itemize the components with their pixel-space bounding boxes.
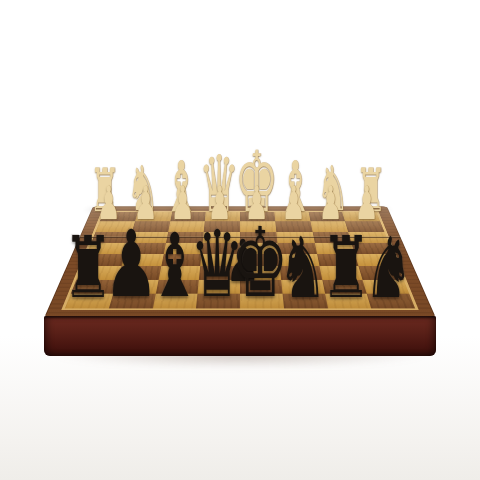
- white-pawn-glyph: ♟: [97, 180, 121, 226]
- white-knight-shadow: [119, 206, 167, 214]
- piece-layer: ♜♞♝♛♚♝♞♜♟♟♟♟♟♟♟♟♟♜♟♝♛♚♞♜♞: [0, 0, 480, 480]
- black-king-glyph: ♚: [232, 215, 289, 311]
- white-king-glyph: ♚: [235, 140, 279, 224]
- black-queen-glyph: ♛: [190, 219, 244, 311]
- white-rook: ♜: [321, 160, 421, 220]
- black-knight-shadow: [279, 292, 327, 300]
- black-king-shadow: [236, 292, 284, 300]
- white-bishop: ♝: [245, 152, 345, 222]
- black-rook-glyph: ♜: [63, 225, 113, 310]
- black-queen-shadow: [193, 292, 241, 300]
- black-rook: ♜: [296, 225, 396, 310]
- white-bishop: ♝: [131, 152, 231, 222]
- white-pawn-glyph: ♟: [171, 180, 195, 226]
- white-pawn-shadow: [85, 214, 133, 222]
- white-queen: ♛: [169, 145, 269, 223]
- black-knight: ♞: [339, 226, 439, 310]
- black-rook: ♜: [38, 225, 138, 310]
- white-pawn-glyph: ♟: [134, 180, 158, 226]
- white-pawn-shadow: [196, 214, 244, 222]
- black-pawn: ♟: [81, 219, 181, 311]
- chess-set-photo: ♜♞♝♛♚♝♞♜♟♟♟♟♟♟♟♟♟♜♟♝♛♚♞♜♞: [0, 0, 480, 480]
- white-bishop-glyph: ♝: [163, 152, 199, 222]
- white-pawn-shadow: [232, 214, 280, 222]
- white-pawn-glyph: ♟: [355, 180, 379, 226]
- white-knight-glyph: ♞: [317, 158, 349, 220]
- white-queen-shadow: [195, 206, 243, 214]
- white-rook-glyph: ♜: [89, 160, 120, 220]
- white-rook-shadow: [81, 206, 129, 214]
- black-knight-glyph: ♞: [278, 226, 328, 310]
- white-pawn-shadow: [306, 214, 354, 222]
- white-knight-shadow: [309, 206, 357, 214]
- black-bishop-glyph: ♝: [148, 222, 200, 310]
- white-pawn: ♟: [280, 180, 380, 226]
- white-pawn-shadow: [269, 214, 317, 222]
- white-bishop-shadow: [271, 206, 319, 214]
- black-queen: ♛: [167, 219, 267, 311]
- black-rook-shadow: [322, 292, 370, 300]
- white-queen-glyph: ♛: [199, 145, 240, 223]
- white-rook: ♜: [55, 160, 155, 220]
- white-rook-shadow: [347, 206, 395, 214]
- white-pawn-glyph: ♟: [208, 180, 232, 226]
- white-pawn-shadow: [159, 214, 207, 222]
- black-knight-shadow: [365, 292, 413, 300]
- black-bishop-shadow: [150, 292, 198, 300]
- white-king-shadow: [233, 206, 281, 214]
- black-pawn-shadow: [107, 292, 155, 300]
- white-pawn: ♟: [206, 180, 306, 226]
- white-pawn: ♟: [96, 180, 196, 226]
- black-pawn-glyph: ♟: [226, 232, 260, 290]
- white-knight-glyph: ♞: [127, 158, 159, 220]
- white-rook-glyph: ♜: [355, 160, 386, 220]
- white-pawn: ♟: [59, 180, 159, 226]
- black-rook-shadow: [64, 292, 112, 300]
- white-pawn-shadow: [122, 214, 170, 222]
- white-pawn: ♟: [133, 180, 233, 226]
- black-knight-glyph: ♞: [364, 226, 414, 310]
- white-pawn-glyph: ♟: [318, 180, 342, 226]
- white-pawn: ♟: [170, 180, 270, 226]
- white-knight: ♞: [283, 158, 383, 220]
- white-pawn-glyph: ♟: [245, 180, 269, 226]
- white-king: ♚: [207, 140, 307, 224]
- white-bishop-shadow: [157, 206, 205, 214]
- black-rook-glyph: ♜: [321, 225, 371, 310]
- black-king: ♚: [210, 215, 310, 311]
- black-pawn: ♟: [193, 232, 293, 290]
- black-pawn-shadow: [219, 276, 267, 284]
- white-pawn: ♟: [317, 180, 417, 226]
- white-knight: ♞: [93, 158, 193, 220]
- white-pawn: ♟: [243, 180, 343, 226]
- white-bishop-glyph: ♝: [277, 152, 313, 222]
- white-pawn-glyph: ♟: [281, 180, 305, 226]
- black-bishop: ♝: [124, 222, 224, 310]
- black-knight: ♞: [253, 226, 353, 310]
- white-pawn-shadow: [343, 214, 391, 222]
- black-pawn-glyph: ♟: [104, 219, 158, 311]
